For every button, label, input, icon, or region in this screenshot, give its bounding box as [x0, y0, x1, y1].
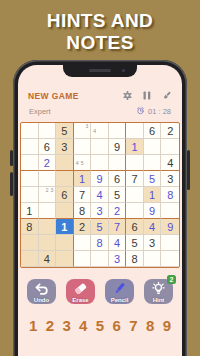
cell-r7c5[interactable]: 5: [91, 219, 109, 235]
erase-button[interactable]: Erase: [66, 279, 95, 304]
pencil-label: Pencil: [105, 297, 134, 303]
cell-value: 9: [114, 141, 120, 153]
cell-r2c9[interactable]: [161, 139, 179, 155]
cell-r4c4[interactable]: 1: [74, 171, 92, 187]
numpad-8[interactable]: 8: [146, 317, 154, 334]
cell-r8c9[interactable]: [161, 235, 179, 251]
cell-value: 5: [61, 125, 67, 137]
cell-value: 4: [96, 189, 102, 201]
cell-r5c7[interactable]: [126, 187, 144, 203]
cell-r8c7[interactable]: 5: [126, 235, 144, 251]
cell-value: 9: [96, 173, 102, 185]
cell-r4c9[interactable]: 3: [161, 171, 179, 187]
cell-r3c5[interactable]: [91, 155, 109, 171]
cell-r6c3[interactable]: [56, 203, 74, 219]
cell-r3c1[interactable]: [21, 155, 39, 171]
cell-r8c3[interactable]: [56, 235, 74, 251]
cell-r8c4[interactable]: [74, 235, 92, 251]
cell-value: 6: [132, 221, 138, 233]
cell-r9c5[interactable]: [91, 251, 109, 267]
numpad-5[interactable]: 5: [96, 317, 104, 334]
cell-r4c1[interactable]: [21, 171, 39, 187]
status-bar: Expert 01 : 28: [29, 106, 171, 117]
hint-count-badge: 2: [167, 275, 176, 284]
pencil-note: 2: [46, 188, 49, 193]
cell-value: 4: [149, 221, 155, 233]
cell-r4c7[interactable]: 7: [126, 171, 144, 187]
cell-r6c4[interactable]: 8: [74, 203, 92, 219]
numpad-7[interactable]: 7: [129, 317, 137, 334]
cell-r3c2[interactable]: 2: [39, 155, 57, 171]
cell-r6c5[interactable]: 3: [91, 203, 109, 219]
cell-value: 7: [79, 189, 85, 201]
cell-r9c6[interactable]: 3: [109, 251, 127, 267]
cell-value: 4: [44, 253, 50, 265]
cell-r9c4[interactable]: [74, 251, 92, 267]
cell-r5c5[interactable]: 4: [91, 187, 109, 203]
cell-r7c3[interactable]: 1: [56, 219, 74, 235]
cell-value: 5: [149, 173, 155, 185]
cell-r4c2[interactable]: [39, 171, 57, 187]
cell-value: 1: [79, 173, 85, 185]
cell-r7c4[interactable]: 2: [74, 219, 92, 235]
pencil-note: 3: [86, 124, 89, 129]
phone-camera: [122, 69, 125, 72]
cell-r9c7[interactable]: 8: [126, 251, 144, 267]
cell-r4c8[interactable]: 5: [144, 171, 162, 187]
cell-r7c1[interactable]: 8: [21, 219, 39, 235]
cell-value: 2: [167, 125, 173, 137]
pencil-note: 3: [50, 188, 53, 193]
cell-r8c2[interactable]: [39, 235, 57, 251]
cell-value: 8: [96, 237, 102, 249]
undo-label: Undo: [27, 297, 56, 303]
phone-notch: [63, 65, 137, 77]
cell-r6c8[interactable]: 9: [144, 203, 162, 219]
phone-frame: NEW GAME: [13, 60, 187, 356]
cell-r5c9[interactable]: 8: [161, 187, 179, 203]
undo-button[interactable]: Undo: [27, 279, 56, 304]
cell-r7c9[interactable]: 9: [161, 219, 179, 235]
cell-r2c3[interactable]: 3: [56, 139, 74, 155]
cell-r7c6[interactable]: 7: [109, 219, 127, 235]
cell-r3c4[interactable]: 45: [74, 155, 92, 171]
numpad-2[interactable]: 2: [46, 317, 54, 334]
cell-r2c6[interactable]: 9: [109, 139, 127, 155]
number-pad: 123456789: [29, 317, 171, 334]
cell-value: 3: [96, 205, 102, 217]
hint-label: Hint: [144, 297, 173, 303]
cell-r5c4[interactable]: 7: [74, 187, 92, 203]
cell-value: 4: [114, 237, 120, 249]
cell-r2c5[interactable]: [91, 139, 109, 155]
cell-r3c9[interactable]: 4: [161, 155, 179, 171]
cell-r5c3[interactable]: 6: [56, 187, 74, 203]
cell-r2c7[interactable]: 1: [126, 139, 144, 155]
cell-r8c1[interactable]: [21, 235, 39, 251]
cell-value: 1: [149, 189, 155, 201]
settings-gear-icon[interactable]: [122, 87, 133, 105]
cell-value: 5: [114, 189, 120, 201]
cell-r9c9[interactable]: [161, 251, 179, 267]
cell-r2c2[interactable]: 6: [39, 139, 57, 155]
pencil-button[interactable]: Pencil: [105, 279, 134, 304]
cell-r9c3[interactable]: [56, 251, 74, 267]
cell-value: 6: [114, 173, 120, 185]
cell-r1c2[interactable]: [39, 123, 57, 139]
toolbar: Undo Erase: [27, 279, 173, 304]
cell-value: 8: [79, 205, 85, 217]
numpad-9[interactable]: 9: [163, 317, 171, 334]
cell-r5c8[interactable]: 1: [144, 187, 162, 203]
cell-r3c8[interactable]: [144, 155, 162, 171]
sudoku-grid: 5346263912454196753236745181832981257649…: [20, 122, 180, 268]
pencil-note: 5: [81, 161, 84, 166]
cell-r6c7[interactable]: [126, 203, 144, 219]
cell-r9c8[interactable]: [144, 251, 162, 267]
brush-theme-icon[interactable]: [161, 87, 172, 105]
cell-r4c3[interactable]: [56, 171, 74, 187]
page-title: HINTS AND NOTES: [25, 10, 175, 55]
cell-value: 1: [132, 141, 138, 153]
cell-value: 6: [61, 189, 67, 201]
cell-value: 8: [167, 189, 173, 201]
cell-value: 3: [114, 253, 120, 265]
cell-r7c2[interactable]: [39, 219, 57, 235]
cell-r1c8[interactable]: 6: [144, 123, 162, 139]
cell-r7c8[interactable]: 4: [144, 219, 162, 235]
cell-value: 4: [167, 157, 173, 169]
new-game-button[interactable]: NEW GAME: [28, 91, 79, 101]
cell-r1c9[interactable]: 2: [161, 123, 179, 139]
cell-value: 7: [114, 221, 120, 233]
cell-value: 3: [149, 237, 155, 249]
cell-value: 6: [44, 141, 50, 153]
cell-r5c2[interactable]: 23: [39, 187, 57, 203]
alarm-clock-icon: [136, 106, 145, 117]
cell-r4c6[interactable]: 6: [109, 171, 127, 187]
cell-r3c7[interactable]: [126, 155, 144, 171]
numpad-3[interactable]: 3: [62, 317, 70, 334]
cell-r9c1[interactable]: [21, 251, 39, 267]
numpad-4[interactable]: 4: [79, 317, 87, 334]
cell-r8c5[interactable]: 8: [91, 235, 109, 251]
cell-value: 2: [114, 205, 120, 217]
cell-value: 9: [167, 221, 173, 233]
cell-value: 6: [149, 125, 155, 137]
erase-label: Erase: [66, 297, 95, 303]
cell-r6c2[interactable]: [39, 203, 57, 219]
cell-value: 3: [61, 141, 67, 153]
cell-r2c4[interactable]: [74, 139, 92, 155]
cell-r6c9[interactable]: [161, 203, 179, 219]
cell-value: 7: [132, 173, 138, 185]
cell-r3c3[interactable]: [56, 155, 74, 171]
cell-value: 5: [132, 237, 138, 249]
difficulty-label: Expert: [29, 107, 51, 116]
cell-r6c1[interactable]: 1: [21, 203, 39, 219]
cell-value: 8: [132, 253, 138, 265]
cell-r2c1[interactable]: [21, 139, 39, 155]
cell-r2c8[interactable]: [144, 139, 162, 155]
cell-r1c1[interactable]: [21, 123, 39, 139]
cell-r3c6[interactable]: [109, 155, 127, 171]
app-header: NEW GAME: [28, 87, 172, 105]
cell-value: 5: [96, 221, 102, 233]
cell-value: 2: [44, 157, 50, 169]
cell-r1c4[interactable]: 3: [74, 123, 92, 139]
pencil-note: 4: [76, 161, 79, 166]
cell-value: 2: [79, 221, 85, 233]
cell-value: 1: [26, 205, 32, 217]
cell-r1c5[interactable]: 4: [91, 123, 109, 139]
pencil-note: 4: [93, 129, 96, 134]
cell-r1c3[interactable]: 5: [56, 123, 74, 139]
cell-r1c7[interactable]: [126, 123, 144, 139]
phone-power-button: [187, 150, 190, 190]
cell-value: 9: [149, 205, 155, 217]
pause-icon[interactable]: [142, 87, 152, 105]
cell-r4c5[interactable]: 9: [91, 171, 109, 187]
app-screen: NEW GAME: [18, 65, 182, 356]
hint-button[interactable]: 2 Hint: [144, 279, 173, 304]
numpad-1[interactable]: 1: [29, 317, 37, 334]
cell-r8c6[interactable]: 4: [109, 235, 127, 251]
phone-speaker: [89, 69, 111, 72]
cell-r9c2[interactable]: 4: [39, 251, 57, 267]
cell-value: 8: [26, 221, 32, 233]
cell-value: 3: [167, 173, 173, 185]
cell-r1c6[interactable]: [109, 123, 127, 139]
cell-r8c8[interactable]: 3: [144, 235, 162, 251]
selected-cell-value: 1: [61, 221, 67, 233]
cell-r5c1[interactable]: [21, 187, 39, 203]
timer-value: 01 : 28: [148, 107, 171, 116]
cell-r5c6[interactable]: 5: [109, 187, 127, 203]
cell-r6c6[interactable]: 2: [109, 203, 127, 219]
cell-r7c7[interactable]: 6: [126, 219, 144, 235]
numpad-6[interactable]: 6: [113, 317, 121, 334]
